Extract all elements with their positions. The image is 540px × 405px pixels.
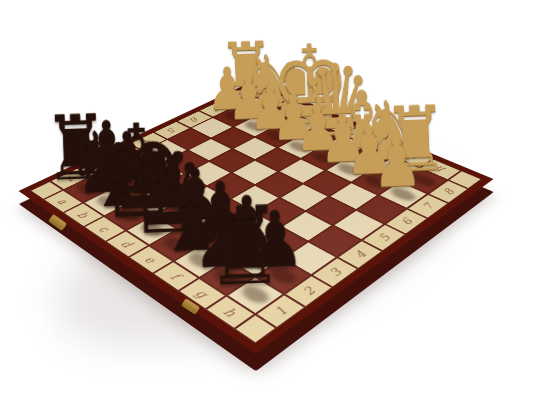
chessboard-surface: abcdefgh8877665544332211abcdefgh♜♞♝♚♛♝♞♜… (18, 80, 493, 354)
piece-light-pawn-h7[interactable]: ♟ (368, 128, 426, 198)
board-tilt-wrapper: abcdefgh8877665544332211abcdefgh♜♞♝♚♛♝♞♜… (0, 0, 540, 405)
rank-label-near-6: 6 (386, 210, 426, 234)
product-photo: abcdefgh8877665544332211abcdefgh♜♞♝♚♛♝♞♜… (0, 0, 540, 405)
piece-dark-rook-h1[interactable]: ♜ (199, 192, 290, 302)
